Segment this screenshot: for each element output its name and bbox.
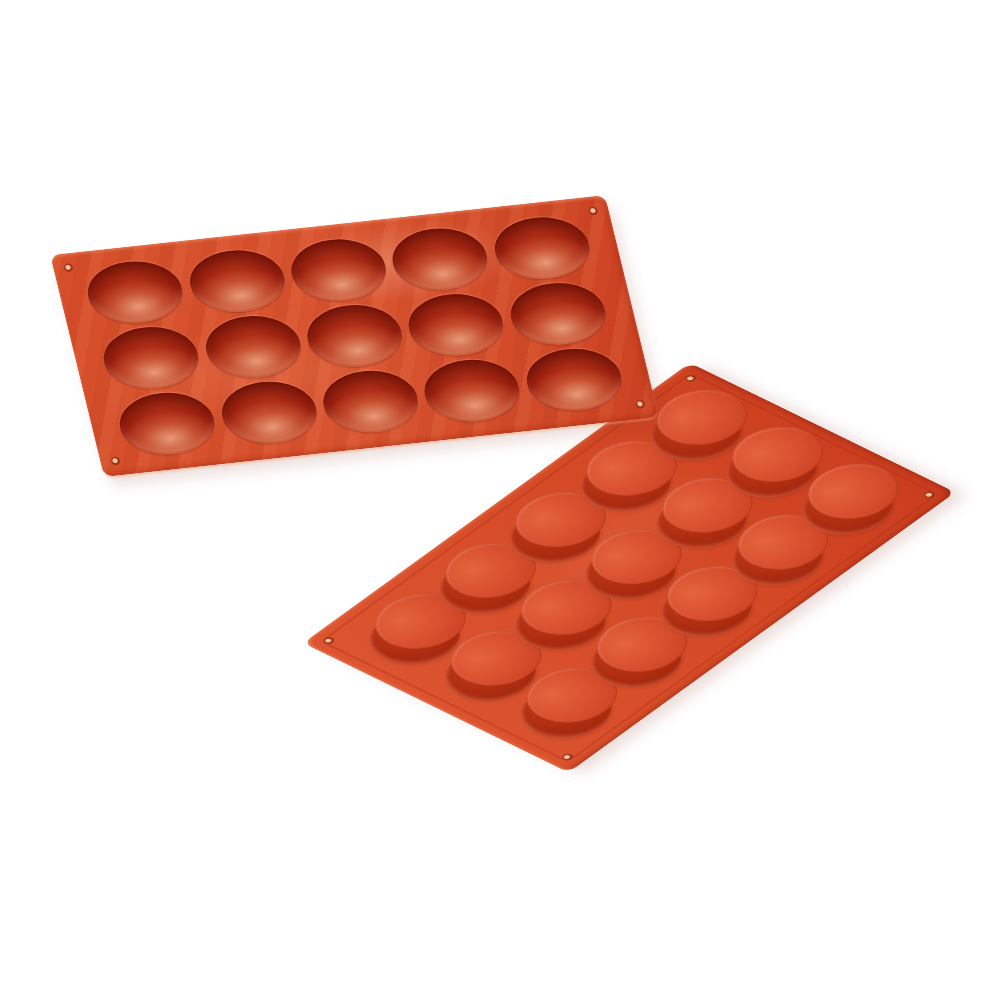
cavity-cup (504, 278, 612, 349)
cavity-cup (520, 344, 628, 415)
cavity-cup (402, 289, 510, 360)
cavity-cup (316, 366, 424, 437)
cavity-cup (81, 256, 189, 327)
cavity-cup (418, 355, 526, 426)
cavity-cup (300, 300, 408, 371)
product-photo-background (0, 0, 1000, 1000)
cavity-cup (386, 223, 494, 294)
cavity-cup (113, 388, 221, 459)
cavity-cup (199, 311, 307, 382)
cavity-cup (97, 322, 205, 393)
cavity-cup (488, 212, 596, 283)
cavity-cup (215, 377, 323, 448)
mold-cavity-side-up (50, 195, 659, 477)
cavity-grid (50, 195, 659, 477)
cavity-cup (284, 234, 392, 305)
cavity-cup (183, 245, 291, 316)
